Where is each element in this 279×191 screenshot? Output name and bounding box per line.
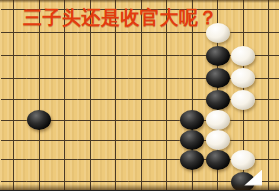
board-intersection[interactable] [154, 150, 180, 169]
board-intersection[interactable] [256, 21, 279, 44]
board-intersection[interactable] [27, 44, 53, 67]
board-intersection[interactable] [52, 110, 78, 130]
black-stone [206, 150, 230, 170]
board-intersection[interactable] [205, 150, 231, 169]
white-stone [231, 46, 255, 66]
board-intersection[interactable] [231, 21, 257, 44]
board-intersection[interactable] [27, 169, 53, 190]
board-intersection[interactable] [1, 169, 27, 190]
board-intersection[interactable] [1, 110, 27, 130]
board-intersection[interactable] [180, 44, 206, 67]
board-intersection[interactable] [231, 110, 257, 130]
board-intersection[interactable] [231, 44, 257, 67]
board-intersection[interactable] [256, 44, 279, 67]
board-intersection[interactable] [52, 130, 78, 150]
white-stone [206, 130, 230, 150]
board-intersection[interactable] [129, 89, 155, 110]
board-intersection[interactable] [78, 110, 104, 130]
board-intersection[interactable] [205, 130, 231, 150]
black-stone [206, 90, 230, 110]
board-intersection[interactable] [78, 169, 104, 190]
board-intersection[interactable] [256, 0, 279, 21]
video-thumbnail: 三子头还是收官大呢？ [0, 0, 279, 190]
board-intersection[interactable] [129, 130, 155, 150]
board-intersection[interactable] [103, 110, 129, 130]
board-intersection[interactable] [78, 130, 104, 150]
white-stone [231, 68, 255, 88]
board-intersection[interactable] [27, 130, 53, 150]
board-intersection[interactable] [52, 89, 78, 110]
board-intersection[interactable] [129, 110, 155, 130]
board-intersection[interactable] [154, 89, 180, 110]
board-intersection[interactable] [129, 67, 155, 89]
board-intersection[interactable] [205, 110, 231, 130]
board-intersection[interactable] [180, 89, 206, 110]
black-stone [180, 130, 204, 150]
board-intersection[interactable] [180, 130, 206, 150]
board-intersection[interactable] [78, 150, 104, 169]
board-intersection[interactable] [27, 67, 53, 89]
board-intersection[interactable] [256, 89, 279, 110]
board-intersection[interactable] [205, 169, 231, 190]
board-intersection[interactable] [154, 169, 180, 190]
board-intersection[interactable] [103, 130, 129, 150]
board-intersection[interactable] [205, 44, 231, 67]
white-stone [231, 150, 255, 170]
board-intersection[interactable] [103, 150, 129, 169]
board-intersection[interactable] [1, 67, 27, 89]
board-intersection[interactable] [52, 169, 78, 190]
board-intersection[interactable] [27, 150, 53, 169]
board-intersection[interactable] [231, 0, 257, 21]
black-stone [27, 110, 51, 130]
board-intersection[interactable] [129, 150, 155, 169]
black-stone [180, 110, 204, 130]
video-title: 三子头还是收官大呢？ [23, 5, 218, 31]
board-intersection[interactable] [52, 44, 78, 67]
board-intersection[interactable] [205, 89, 231, 110]
board-intersection[interactable] [205, 67, 231, 89]
board-intersection[interactable] [231, 89, 257, 110]
board-intersection[interactable] [1, 89, 27, 110]
board-intersection[interactable] [231, 150, 257, 169]
board-intersection[interactable] [180, 110, 206, 130]
black-stone [206, 68, 230, 88]
board-intersection[interactable] [180, 150, 206, 169]
board-intersection[interactable] [231, 169, 257, 190]
board-intersection[interactable] [231, 67, 257, 89]
board-intersection[interactable] [256, 67, 279, 89]
board-intersection[interactable] [78, 89, 104, 110]
board-intersection[interactable] [78, 44, 104, 67]
board-intersection[interactable] [154, 44, 180, 67]
board-intersection[interactable] [154, 67, 180, 89]
board-intersection[interactable] [129, 169, 155, 190]
board-intersection[interactable] [27, 89, 53, 110]
black-stone [231, 172, 255, 191]
board-intersection[interactable] [154, 130, 180, 150]
board-intersection[interactable] [103, 67, 129, 89]
board-intersection[interactable] [52, 150, 78, 169]
board-intersection[interactable] [180, 169, 206, 190]
board-intersection[interactable] [1, 44, 27, 67]
board-intersection[interactable] [1, 150, 27, 169]
board-intersection[interactable] [103, 169, 129, 190]
board-intersection[interactable] [103, 89, 129, 110]
board-intersection[interactable] [27, 110, 53, 130]
board-intersection[interactable] [256, 150, 279, 169]
black-stone [180, 150, 204, 170]
board-intersection[interactable] [180, 67, 206, 89]
board-intersection[interactable] [256, 110, 279, 130]
board-intersection[interactable] [78, 67, 104, 89]
white-stone [206, 110, 230, 130]
white-stone [231, 90, 255, 110]
board-intersection[interactable] [103, 44, 129, 67]
board-intersection[interactable] [231, 130, 257, 150]
board-intersection[interactable] [154, 110, 180, 130]
board-intersection[interactable] [52, 67, 78, 89]
black-stone [206, 46, 230, 66]
board-intersection[interactable] [129, 44, 155, 67]
board-intersection[interactable] [1, 130, 27, 150]
board-intersection[interactable] [256, 130, 279, 150]
